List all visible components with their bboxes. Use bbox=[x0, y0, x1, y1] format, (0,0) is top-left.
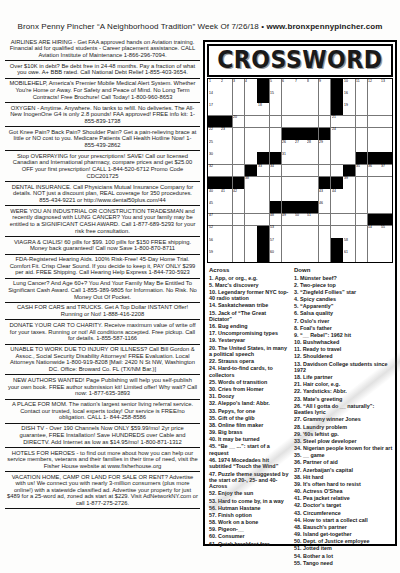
down-clue: 50. Dept. of Justice employee bbox=[294, 538, 393, 544]
empty-cell bbox=[356, 189, 368, 201]
crossword-clues: Across 1. App, or org., e.g.5. Marc's di… bbox=[205, 263, 395, 567]
classified-ad: CASH FOR CARS and TRUCKS. Get A Top Doll… bbox=[5, 303, 200, 321]
across-clue: 39. Big brass bbox=[209, 429, 289, 435]
cell-number: 24 bbox=[332, 127, 336, 130]
black-cell bbox=[356, 152, 368, 164]
empty-cell bbox=[368, 116, 380, 128]
empty-cell bbox=[380, 103, 392, 115]
cell-number: 13 bbox=[381, 79, 385, 82]
cell-number: 10 bbox=[344, 79, 348, 82]
down-clue: 6. Salsa quality bbox=[294, 310, 393, 316]
across-clue: 25. Words of transition bbox=[209, 379, 289, 385]
empty-cell bbox=[356, 116, 368, 128]
down-clue: 18. Life partner bbox=[294, 374, 393, 380]
empty-cell: 32 bbox=[208, 165, 220, 177]
empty-cell bbox=[282, 103, 294, 115]
empty-cell: 57 bbox=[270, 238, 282, 250]
empty-cell bbox=[270, 189, 282, 201]
empty-cell bbox=[233, 103, 245, 115]
empty-cell bbox=[356, 177, 368, 189]
empty-cell bbox=[257, 128, 269, 140]
empty-cell: 36 bbox=[368, 165, 380, 177]
empty-cell: 22 bbox=[208, 128, 220, 140]
empty-cell: 51 bbox=[306, 214, 318, 226]
empty-cell: 53 bbox=[270, 226, 282, 238]
across-clue: 14. Saskatchewan tribe bbox=[209, 302, 289, 308]
empty-cell: 21 bbox=[331, 116, 343, 128]
down-clue: 37. Azerbaijan's capital bbox=[294, 467, 393, 473]
clue-text: Doctor's target bbox=[303, 502, 341, 508]
empty-cell bbox=[343, 226, 355, 238]
empty-cell bbox=[368, 238, 380, 250]
empty-cell bbox=[306, 226, 318, 238]
cell-number: 7 bbox=[295, 79, 297, 82]
clue-text: It's often hard to resist bbox=[303, 481, 361, 487]
classified-ad: DISH TV - Over 190 Channels Now ONLY $59… bbox=[5, 424, 200, 448]
empty-cell bbox=[257, 201, 269, 213]
clue-number: 42 bbox=[294, 502, 300, 508]
empty-cell: 31 bbox=[282, 152, 294, 164]
cell-number: 39 bbox=[344, 176, 348, 179]
across-clue: 47. Puzzle theme suggested by the start … bbox=[209, 471, 289, 490]
empty-cell bbox=[233, 238, 245, 250]
clue-text: Laundry problem bbox=[303, 424, 347, 430]
empty-cell bbox=[282, 250, 294, 262]
empty-cell: 40 bbox=[208, 189, 220, 201]
empty-cell bbox=[220, 165, 232, 177]
masthead: Bronx Penny Pincher “A Neighborhood Trad… bbox=[0, 22, 400, 31]
clue-text: Partner of aid bbox=[303, 459, 338, 465]
down-clue: 54. Bother a lot bbox=[294, 553, 393, 559]
cell-number: 33 bbox=[258, 164, 262, 167]
clue-number: 40 bbox=[294, 488, 300, 494]
black-cell bbox=[257, 79, 269, 91]
empty-cell bbox=[319, 226, 331, 238]
crossword-title-box: CROSSWORD bbox=[207, 44, 393, 77]
clue-number: 7 bbox=[294, 318, 297, 324]
down-clue: 43. Circumference bbox=[294, 510, 393, 516]
clue-number: 30 bbox=[209, 386, 215, 392]
clue-text: App, or org., e.g. bbox=[215, 275, 258, 281]
cell-number: 18 bbox=[258, 103, 262, 106]
empty-cell: 11 bbox=[356, 79, 368, 91]
classified-ad: MOBILEHELP, America's Premier Mobile Med… bbox=[5, 79, 200, 103]
clue-text: Ready to travel bbox=[303, 346, 342, 352]
cell-number: 35 bbox=[356, 164, 360, 167]
clue-number: 3 bbox=[294, 289, 297, 295]
clue-number: 19 bbox=[209, 337, 215, 343]
across-clue: 56. Hutman Hastane bbox=[209, 505, 289, 511]
empty-cell bbox=[343, 128, 355, 140]
empty-cell: 56 bbox=[208, 238, 220, 250]
clue-text: Consumer bbox=[218, 533, 245, 539]
clue-number: 54 bbox=[294, 553, 300, 559]
down-clue: 22. Yardsticks: Abbr. bbox=[294, 388, 393, 394]
black-cell bbox=[319, 128, 331, 140]
cell-number: 52 bbox=[209, 225, 213, 228]
empty-cell bbox=[257, 177, 269, 189]
clue-text: Münster beef? bbox=[300, 275, 337, 281]
across-clue: 38. Online film maker bbox=[209, 422, 289, 428]
empty-cell: 1 bbox=[208, 79, 220, 91]
clue-number: 60 bbox=[209, 533, 215, 539]
clue-text: __ game bbox=[303, 452, 325, 458]
empty-cell: 52 bbox=[208, 226, 220, 238]
black-cell bbox=[294, 128, 306, 140]
clue-number: 38 bbox=[209, 422, 215, 428]
empty-cell bbox=[220, 226, 232, 238]
across-clue: 32. Aleppo's land: Abbr. bbox=[209, 400, 289, 406]
clue-number: 59 bbox=[209, 526, 215, 532]
clue-text: Bother a lot bbox=[303, 553, 333, 559]
clue-text: Circumference bbox=[303, 510, 341, 516]
empty-cell bbox=[294, 91, 306, 103]
clue-text: Nigerian people known for their art bbox=[303, 445, 392, 451]
clue-text: Finish option bbox=[218, 512, 252, 518]
across-clues-list: 1. App, or org., e.g.5. Marc's discovery… bbox=[209, 275, 289, 548]
empty-cell: 41 bbox=[220, 189, 232, 201]
empty-cell bbox=[331, 140, 343, 152]
across-clues-column: Across 1. App, or org., e.g.5. Marc's di… bbox=[209, 267, 289, 567]
empty-cell bbox=[282, 226, 294, 238]
clue-number: 21 bbox=[294, 381, 300, 387]
clue-text: “Ziegfeld Follies” star bbox=[300, 289, 356, 295]
cell-number: 3 bbox=[233, 79, 235, 82]
clue-number: 9 bbox=[294, 332, 297, 338]
clue-text: Hit hard bbox=[303, 474, 323, 480]
empty-cell bbox=[319, 91, 331, 103]
cell-number: 59 bbox=[209, 250, 213, 253]
black-cell bbox=[331, 177, 343, 189]
empty-cell bbox=[245, 201, 257, 213]
clue-number: 22 bbox=[209, 358, 215, 364]
empty-cell: 35 bbox=[356, 165, 368, 177]
clue-text: How to start a collect call bbox=[303, 517, 368, 523]
down-clue: 38. Hit hard bbox=[294, 474, 393, 480]
classified-ad: Got Knee Pain? Back Pain? Shoulder Pain?… bbox=[5, 127, 200, 151]
cell-number: 36 bbox=[368, 164, 372, 167]
empty-cell: 6 bbox=[282, 79, 294, 91]
classified-ad: OXYGEN - Anytime. Anywhere. No tanks to … bbox=[5, 103, 200, 127]
empty-cell bbox=[368, 201, 380, 213]
clue-number: 10 bbox=[209, 289, 215, 295]
clue-text: Puzzle theme suggested by the start of 2… bbox=[209, 471, 288, 490]
crossword-panel: CROSSWORD 123456789101112131415161718192… bbox=[203, 40, 397, 546]
empty-cell bbox=[220, 152, 232, 164]
empty-cell bbox=[380, 238, 392, 250]
clue-number: 10 bbox=[294, 339, 300, 345]
across-clue: 20. The United States, in many a politic… bbox=[209, 345, 289, 358]
empty-cell bbox=[319, 103, 331, 115]
empty-cell bbox=[282, 189, 294, 201]
cell-number: 40 bbox=[209, 189, 213, 192]
black-cell bbox=[294, 201, 306, 213]
empty-cell bbox=[343, 116, 355, 128]
empty-cell bbox=[257, 116, 269, 128]
down-clue: 10. Bushwhacked bbox=[294, 339, 393, 345]
across-clue: 16. Bug ending bbox=[209, 323, 289, 329]
empty-cell bbox=[380, 201, 392, 213]
clue-number: 27 bbox=[294, 416, 300, 422]
clue-text: Work on a bone bbox=[218, 519, 258, 525]
empty-cell bbox=[294, 165, 306, 177]
clue-text: Hutman Hastane bbox=[218, 505, 261, 511]
empty-cell: 46 bbox=[319, 201, 331, 213]
clue-text: Uncompromising types bbox=[218, 330, 278, 336]
clue-number: 29 bbox=[294, 431, 300, 437]
clue-text: Actress O'Shea bbox=[303, 488, 343, 494]
clue-number: 15 bbox=[209, 310, 215, 316]
across-clue: 31. Doozy bbox=[209, 393, 289, 399]
down-clues-column: Down 1. Münster beef?2. Two-piece top3. … bbox=[294, 267, 393, 567]
clue-number: 6 bbox=[294, 310, 297, 316]
cell-number: 32 bbox=[209, 164, 213, 167]
clue-number: 39 bbox=[209, 429, 215, 435]
down-clue: 42. Doctor's target bbox=[294, 502, 393, 508]
classified-ads-column: AIRLINES ARE HIRING - Get FAA approved h… bbox=[5, 37, 200, 509]
empty-cell bbox=[368, 177, 380, 189]
black-cell bbox=[380, 152, 392, 164]
clue-text: “Apparently” bbox=[300, 303, 334, 309]
empty-cell: 30 bbox=[208, 152, 220, 164]
empty-cell: 55 bbox=[380, 226, 392, 238]
clue-number: 25 bbox=[209, 379, 215, 385]
empty-cell bbox=[368, 140, 380, 152]
clue-number: 41 bbox=[294, 495, 300, 501]
clue-text: Mate's greeting bbox=[303, 396, 342, 402]
down-clue: 9. “__ Rebel”: 1962 hit bbox=[294, 332, 393, 338]
empty-cell: 3 bbox=[233, 79, 245, 91]
clue-number: 33 bbox=[294, 438, 300, 444]
cell-number: 26 bbox=[282, 140, 286, 143]
empty-cell bbox=[294, 189, 306, 201]
clue-number: 40 bbox=[209, 436, 215, 442]
empty-cell bbox=[282, 177, 294, 189]
down-clue: 23. Mate's greeting bbox=[294, 396, 393, 402]
black-cell bbox=[331, 79, 343, 91]
across-clue: 24. Hard-to-find cards, to collectors bbox=[209, 365, 289, 378]
empty-cell bbox=[319, 116, 331, 128]
down-clue: 28. Laundry problem bbox=[294, 424, 393, 430]
empty-cell bbox=[368, 103, 380, 115]
cell-number: 12 bbox=[368, 79, 372, 82]
down-clue: 21. Hair color, e.g. bbox=[294, 381, 393, 387]
empty-cell: 54 bbox=[368, 226, 380, 238]
empty-cell bbox=[233, 226, 245, 238]
empty-cell bbox=[380, 91, 392, 103]
clue-number: 47 bbox=[209, 471, 215, 477]
cell-number: 50 bbox=[295, 213, 299, 216]
clue-number: 48 bbox=[294, 524, 300, 530]
across-clue: 1. App, or org., e.g. bbox=[209, 275, 289, 281]
empty-cell bbox=[245, 103, 257, 115]
empty-cell bbox=[233, 140, 245, 152]
clue-text: Pepys, for one bbox=[218, 408, 255, 414]
empty-cell: 39 bbox=[343, 177, 355, 189]
empty-cell: 47 bbox=[208, 214, 220, 226]
clue-number: 4 bbox=[294, 296, 297, 302]
across-clue: 10. Legendary former NYC top-40 radio st… bbox=[209, 289, 289, 302]
clue-number: 57 bbox=[209, 512, 215, 518]
classified-ad: NEW AUTHORS WANTED! Page Publishing will… bbox=[5, 375, 200, 399]
classified-ad: HOTELS FOR HEROES - to find out more abo… bbox=[5, 448, 200, 472]
empty-cell: 19 bbox=[343, 103, 355, 115]
empty-cell bbox=[380, 177, 392, 189]
cell-number: 16 bbox=[344, 91, 348, 94]
cell-number: 22 bbox=[209, 127, 213, 130]
clue-text: Azerbaijan's capital bbox=[303, 467, 353, 473]
empty-cell bbox=[306, 116, 318, 128]
empty-cell bbox=[294, 116, 306, 128]
black-cell bbox=[282, 201, 294, 213]
clue-text: Oslo's river bbox=[300, 318, 329, 324]
empty-cell bbox=[220, 238, 232, 250]
cell-number: 21 bbox=[332, 115, 336, 118]
empty-cell bbox=[343, 152, 355, 164]
empty-cell bbox=[245, 214, 257, 226]
clue-number: 14 bbox=[209, 302, 215, 308]
cell-number: 5 bbox=[270, 79, 272, 82]
empty-cell: 9 bbox=[319, 79, 331, 91]
empty-cell bbox=[294, 103, 306, 115]
empty-cell bbox=[245, 140, 257, 152]
empty-cell: 4 bbox=[245, 79, 257, 91]
black-cell bbox=[270, 152, 282, 164]
clue-text: Dept. of Justice employee bbox=[303, 538, 370, 544]
clue-number: 52 bbox=[209, 490, 215, 496]
down-clue: 2. Two-piece top bbox=[294, 282, 393, 288]
empty-cell: 12 bbox=[368, 79, 380, 91]
black-cell bbox=[343, 165, 355, 177]
down-clue: 27. Grammy winner Jones bbox=[294, 416, 393, 422]
cell-number: 55 bbox=[381, 225, 385, 228]
across-clue: 30. Cries from Homer bbox=[209, 386, 289, 392]
black-cell bbox=[368, 214, 380, 226]
clue-number: 13 bbox=[294, 361, 300, 367]
clue-text: Jack of “The Great Dictator” bbox=[209, 310, 266, 322]
empty-cell bbox=[270, 140, 282, 152]
empty-cell: 5 bbox=[270, 79, 282, 91]
cell-number: 6 bbox=[282, 79, 284, 82]
clue-text: “Be __ ...”: start of a request bbox=[209, 443, 270, 455]
black-cell bbox=[220, 116, 232, 128]
cell-number: 27 bbox=[295, 140, 299, 143]
cell-number: 25 bbox=[209, 140, 213, 143]
clue-text: Cries from Homer bbox=[218, 386, 264, 392]
across-clue: 5. Marc's discovery bbox=[209, 282, 289, 288]
empty-cell bbox=[306, 238, 318, 250]
empty-cell: 50 bbox=[294, 214, 306, 226]
empty-cell bbox=[245, 226, 257, 238]
black-cell bbox=[233, 177, 245, 189]
clue-number: 35 bbox=[294, 452, 300, 458]
empty-cell: 42 bbox=[233, 189, 245, 201]
clue-number: 32 bbox=[209, 400, 215, 406]
cell-number: 19 bbox=[344, 103, 348, 106]
clue-number: 56 bbox=[209, 505, 215, 511]
down-clue: 36. Partner of aid bbox=[294, 459, 393, 465]
across-clue: 61. Quick breakfast fare bbox=[209, 541, 289, 547]
across-clue: 53. Hard to come by, in a way bbox=[209, 498, 289, 504]
clue-text: Legendary former NYC top-40 radio statio… bbox=[209, 289, 288, 301]
across-header: Across bbox=[209, 267, 289, 273]
cell-number: 20 bbox=[233, 115, 237, 118]
clue-text: Big brass bbox=[218, 429, 243, 435]
empty-cell bbox=[319, 152, 331, 164]
empty-cell bbox=[380, 189, 392, 201]
clue-number: 51 bbox=[294, 545, 300, 551]
clue-number: 35 bbox=[209, 415, 215, 421]
empty-cell bbox=[233, 214, 245, 226]
down-clue: 7. Oslo's river bbox=[294, 318, 393, 324]
classified-ad: VACATION HOME, CAMP OR LAND FOR SALE OR … bbox=[5, 472, 200, 509]
clue-number: 31 bbox=[209, 393, 215, 399]
down-clue: 11. Ready to travel bbox=[294, 346, 393, 352]
empty-cell bbox=[270, 128, 282, 140]
empty-cell: 23 bbox=[220, 128, 232, 140]
clue-text: Yardsticks: Abbr. bbox=[303, 388, 347, 394]
clue-number: 17 bbox=[209, 330, 215, 336]
empty-cell bbox=[294, 238, 306, 250]
cell-number: 43 bbox=[319, 189, 323, 192]
empty-cell bbox=[245, 128, 257, 140]
empty-cell bbox=[356, 226, 368, 238]
down-clue: 44. How to start a collect call bbox=[294, 517, 393, 523]
down-clue: 39. It's often hard to resist bbox=[294, 481, 393, 487]
clue-text: Island get-together bbox=[303, 531, 352, 537]
down-clue: 26. “All I gotta do __ naturally”: Beatl… bbox=[294, 403, 393, 416]
clue-text: Steel plow developer bbox=[303, 438, 357, 444]
empty-cell bbox=[343, 189, 355, 201]
cell-number: 8 bbox=[307, 79, 309, 82]
classified-ad: Stop OVERPAYING for your prescriptions! … bbox=[5, 151, 200, 182]
clue-text: Quick breakfast fare bbox=[218, 541, 270, 547]
across-clue: 59. Pigeon-__ bbox=[209, 526, 289, 532]
down-clue: 5. “Apparently” bbox=[294, 303, 393, 309]
empty-cell: 17 bbox=[208, 103, 220, 115]
clue-text: Enjoy the sun bbox=[218, 490, 253, 496]
empty-cell bbox=[220, 250, 232, 262]
empty-cell bbox=[319, 165, 331, 177]
across-clue: 33. Pepys, for one bbox=[209, 408, 289, 414]
black-cell bbox=[331, 250, 343, 262]
clue-text: Yesteryear bbox=[218, 337, 245, 343]
clue-number: 45 bbox=[209, 443, 215, 449]
clue-number: 8 bbox=[294, 325, 297, 331]
empty-cell: 60 bbox=[270, 250, 282, 262]
black-cell bbox=[220, 177, 232, 189]
across-clue: 17. Uncompromising types bbox=[209, 330, 289, 336]
empty-cell bbox=[294, 152, 306, 164]
across-clue: 45. “Be __ ...”: start of a request bbox=[209, 443, 289, 456]
cell-number: 4 bbox=[245, 79, 247, 82]
cell-number: 47 bbox=[209, 213, 213, 216]
empty-cell bbox=[380, 116, 392, 128]
clue-number: 5 bbox=[294, 303, 297, 309]
black-cell bbox=[208, 177, 220, 189]
empty-cell bbox=[282, 91, 294, 103]
empty-cell bbox=[368, 91, 380, 103]
clue-number: 39 bbox=[294, 481, 300, 487]
across-clue: 15. Jack of “The Great Dictator” bbox=[209, 310, 289, 323]
down-clue: 29. '60s leftist gp. bbox=[294, 431, 393, 437]
black-cell bbox=[257, 226, 269, 238]
down-clue: 13. Davidson College students since 1972 bbox=[294, 361, 393, 374]
across-clue: 52. Enjoy the sun bbox=[209, 490, 289, 496]
empty-cell bbox=[380, 250, 392, 262]
clue-text: “__ Rebel”: 1962 hit bbox=[300, 332, 351, 338]
clue-text: Bushwhacked bbox=[303, 339, 339, 345]
